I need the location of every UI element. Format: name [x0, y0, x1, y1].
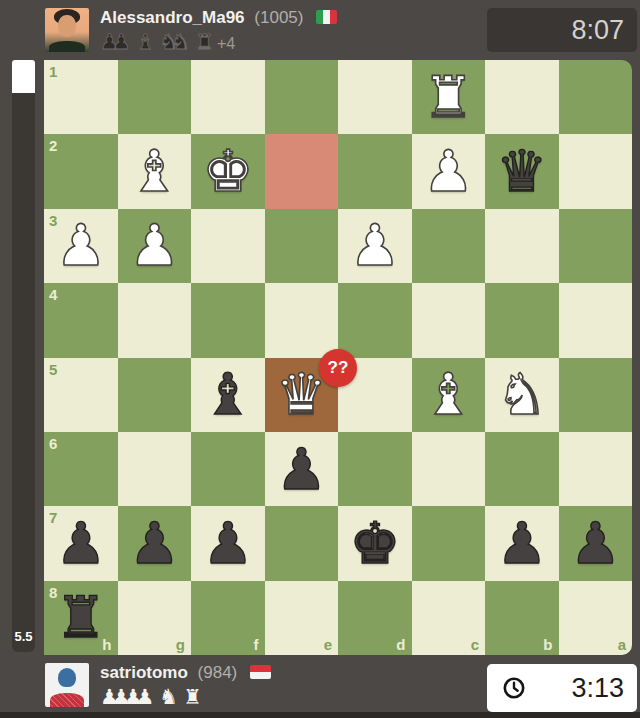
piece-white-pawn[interactable]: ♟: [338, 209, 412, 283]
clock-icon: [502, 676, 526, 700]
evaluation-bar: 5.5: [12, 60, 35, 652]
bottom-player-bar: satriotomo (984) ♟♟♟♟♞♜ 3:13: [0, 655, 640, 718]
piece-white-rook[interactable]: ♜: [412, 60, 486, 134]
piece-black-pawn[interactable]: ♟: [265, 432, 339, 506]
piece-white-pawn[interactable]: ♟: [118, 209, 192, 283]
square-c3[interactable]: [412, 209, 486, 283]
square-e2[interactable]: [265, 134, 339, 208]
captured-pieces-bottom: ♟♟♟♟♞♜: [100, 684, 207, 710]
square-c4[interactable]: [412, 283, 486, 357]
piece-black-queen[interactable]: ♛: [485, 134, 559, 208]
square-b5[interactable]: ♞: [485, 358, 559, 432]
piece-white-pawn[interactable]: ♟: [412, 134, 486, 208]
piece-black-pawn[interactable]: ♟: [191, 506, 265, 580]
square-c7[interactable]: [412, 506, 486, 580]
top-clock: 8:07: [487, 8, 637, 52]
square-f7[interactable]: ♟: [191, 506, 265, 580]
square-d6[interactable]: [338, 432, 412, 506]
rank-label-4: 4: [49, 286, 57, 303]
piece-black-pawn[interactable]: ♟: [559, 506, 633, 580]
square-d4[interactable]: [338, 283, 412, 357]
square-f8[interactable]: f: [191, 581, 265, 655]
square-a1[interactable]: [559, 60, 633, 134]
captured-group: ♜: [195, 30, 207, 54]
rank-label-2: 2: [49, 137, 57, 154]
avatar-head: [58, 668, 76, 687]
captured-group: ♟♟: [100, 30, 124, 54]
square-g6[interactable]: [118, 432, 192, 506]
piece-white-knight[interactable]: ♞: [485, 358, 559, 432]
file-label-e: e: [324, 636, 332, 653]
square-b6[interactable]: [485, 432, 559, 506]
rank-label-5: 5: [49, 361, 57, 378]
square-b8[interactable]: b: [485, 581, 559, 655]
rank-label-1: 1: [49, 63, 57, 80]
square-f1[interactable]: [191, 60, 265, 134]
material-advantage: +4: [217, 35, 235, 52]
square-b2[interactable]: ♛: [485, 134, 559, 208]
square-a6[interactable]: [559, 432, 633, 506]
top-clock-time: 8:07: [571, 15, 624, 45]
piece-black-king[interactable]: ♚: [338, 506, 412, 580]
square-e4[interactable]: [265, 283, 339, 357]
square-h5[interactable]: 5: [44, 358, 118, 432]
square-e8[interactable]: e: [265, 581, 339, 655]
square-c2[interactable]: ♟: [412, 134, 486, 208]
captured-group: ♟♟♟♟: [100, 685, 147, 709]
file-label-a: a: [618, 636, 626, 653]
rank-label-6: 6: [49, 435, 57, 452]
square-h3[interactable]: 3♟: [44, 209, 118, 283]
captured-group: ♝: [136, 30, 148, 54]
system-nav-strip: [0, 712, 640, 718]
italy-flag-icon: [316, 10, 337, 24]
square-g4[interactable]: [118, 283, 192, 357]
square-a7[interactable]: ♟: [559, 506, 633, 580]
square-c1[interactable]: ♜: [412, 60, 486, 134]
evaluation-white-segment: [12, 60, 35, 93]
captured-group: ♞♞: [159, 30, 183, 54]
piece-white-king[interactable]: ♚: [191, 134, 265, 208]
blunder-badge: ??: [319, 349, 357, 387]
indonesia-flag-icon: [250, 665, 271, 679]
file-label-c: c: [471, 636, 479, 653]
bottom-player-name-line[interactable]: satriotomo (984): [100, 662, 271, 684]
square-h7[interactable]: 7♟: [44, 506, 118, 580]
square-g7[interactable]: ♟: [118, 506, 192, 580]
piece-white-bishop[interactable]: ♝: [118, 134, 192, 208]
file-label-b: b: [543, 636, 552, 653]
square-d1[interactable]: [338, 60, 412, 134]
square-f4[interactable]: [191, 283, 265, 357]
avatar-body: [50, 693, 84, 707]
chess-board[interactable]: 1♜2♝♚♟♛3♟♟♟45♝♛♝♞6♟7♟♟♟♚♟♟8h♜gfedcba??: [44, 60, 632, 655]
piece-black-pawn[interactable]: ♟: [485, 506, 559, 580]
piece-black-pawn[interactable]: ♟: [118, 506, 192, 580]
piece-black-pawn[interactable]: ♟: [44, 506, 118, 580]
captured-group: ♜: [183, 685, 195, 709]
file-label-f: f: [254, 636, 259, 653]
piece-black-bishop[interactable]: ♝: [191, 358, 265, 432]
avatar-shirt: [49, 41, 85, 52]
square-b1[interactable]: [485, 60, 559, 134]
square-c6[interactable]: [412, 432, 486, 506]
evaluation-value: 5.5: [12, 629, 35, 644]
square-a8[interactable]: a: [559, 581, 633, 655]
square-d8[interactable]: d: [338, 581, 412, 655]
square-b4[interactable]: [485, 283, 559, 357]
square-e7[interactable]: [265, 506, 339, 580]
file-label-g: g: [176, 636, 185, 653]
square-c8[interactable]: c: [412, 581, 486, 655]
square-e1[interactable]: [265, 60, 339, 134]
square-f5[interactable]: ♝: [191, 358, 265, 432]
square-h1[interactable]: 1: [44, 60, 118, 134]
square-g2[interactable]: ♝: [118, 134, 192, 208]
bottom-clock-time: 3:13: [571, 673, 624, 703]
piece-white-pawn[interactable]: ♟: [44, 209, 118, 283]
square-g1[interactable]: [118, 60, 192, 134]
top-player-name-line[interactable]: Alessandro_Ma96 (1005): [100, 7, 337, 29]
player-name: satriotomo: [100, 663, 188, 682]
player-name: Alessandro_Ma96: [100, 8, 245, 27]
square-h2[interactable]: 2: [44, 134, 118, 208]
piece-black-rook[interactable]: ♜: [44, 581, 118, 655]
square-b7[interactable]: ♟: [485, 506, 559, 580]
bottom-clock-active: 3:13: [487, 664, 637, 712]
square-f3[interactable]: [191, 209, 265, 283]
square-b3[interactable]: [485, 209, 559, 283]
square-f6[interactable]: [191, 432, 265, 506]
square-a5[interactable]: [559, 358, 633, 432]
file-label-d: d: [396, 636, 405, 653]
player-rating: (1005): [254, 8, 303, 27]
square-h8[interactable]: 8h♜: [44, 581, 118, 655]
top-player-bar: Alessandro_Ma96 (1005) ♟♟♝♞♞♜+4 8:07: [0, 0, 640, 60]
square-h6[interactable]: 6: [44, 432, 118, 506]
avatar[interactable]: [45, 8, 89, 52]
square-a2[interactable]: [559, 134, 633, 208]
square-h4[interactable]: 4: [44, 283, 118, 357]
square-e6[interactable]: ♟: [265, 432, 339, 506]
captured-group: ♞: [159, 685, 171, 709]
square-d3[interactable]: ♟: [338, 209, 412, 283]
square-g5[interactable]: [118, 358, 192, 432]
square-g3[interactable]: ♟: [118, 209, 192, 283]
square-a4[interactable]: [559, 283, 633, 357]
square-e3[interactable]: [265, 209, 339, 283]
square-g8[interactable]: g: [118, 581, 192, 655]
avatar[interactable]: [45, 663, 89, 707]
avatar-face: [58, 15, 76, 37]
square-d7[interactable]: ♚: [338, 506, 412, 580]
square-a3[interactable]: [559, 209, 633, 283]
square-f2[interactable]: ♚: [191, 134, 265, 208]
square-d2[interactable]: [338, 134, 412, 208]
player-rating: (984): [198, 663, 238, 682]
captured-pieces-top: ♟♟♝♞♞♜+4: [100, 29, 235, 55]
piece-white-bishop[interactable]: ♝: [412, 358, 486, 432]
square-c5[interactable]: ♝: [412, 358, 486, 432]
